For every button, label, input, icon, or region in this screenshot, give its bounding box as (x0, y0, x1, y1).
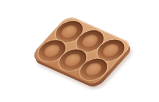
muffin-cup-floor-6 (82, 61, 105, 78)
product-photo (0, 0, 159, 102)
muffin-pan (30, 15, 133, 86)
muffin-cup-floor-3 (100, 42, 123, 59)
